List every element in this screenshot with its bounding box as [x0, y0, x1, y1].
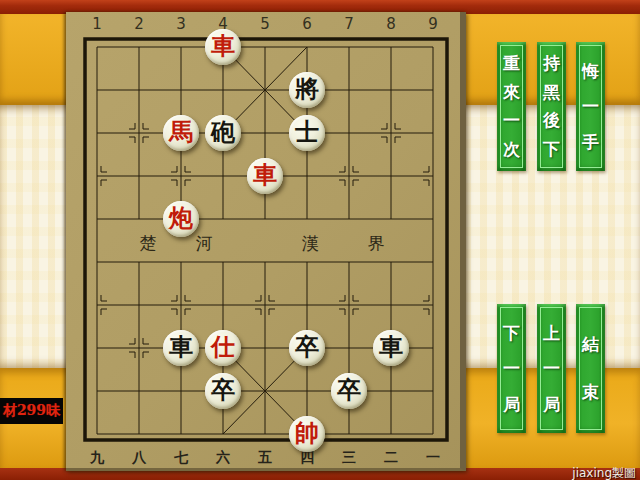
piece-black-advisor[interactable]: 士 — [289, 115, 325, 151]
restart-button-label: 重來一次 — [502, 47, 521, 166]
app-window: 123456789 九八七六五四三二一 楚河漢界 車將馬砲士車炮車仕卒車卒卒帥 … — [0, 0, 640, 480]
restart-button[interactable]: 重來一次 — [497, 42, 526, 171]
xiangqi-board[interactable]: 123456789 九八七六五四三二一 楚河漢界 車將馬砲士車炮車仕卒車卒卒帥 — [66, 12, 466, 471]
piece-black-king[interactable]: 將 — [289, 72, 325, 108]
file-number-bottom: 五 — [256, 449, 274, 467]
end-button-label: 結束 — [581, 309, 600, 428]
piece-red-chariot[interactable]: 車 — [247, 158, 283, 194]
piece-glyph: 車 — [379, 335, 403, 359]
file-number-bottom: 六 — [214, 449, 232, 467]
piece-glyph: 仕 — [211, 335, 235, 359]
file-number-top: 6 — [298, 15, 316, 33]
piece-glyph: 卒 — [211, 378, 235, 402]
previous-game-button[interactable]: 上一局 — [537, 304, 566, 433]
file-number-bottom: 三 — [340, 449, 358, 467]
piece-black-soldier[interactable]: 卒 — [205, 373, 241, 409]
undo-move-button[interactable]: 悔一手 — [576, 42, 605, 171]
piece-glyph: 卒 — [337, 378, 361, 402]
river-label: 河 — [194, 232, 214, 255]
end-button[interactable]: 結束 — [576, 304, 605, 433]
credit-watermark: jiaxing製圖 — [572, 465, 636, 480]
file-number-top: 1 — [88, 15, 106, 33]
piece-red-advisor[interactable]: 仕 — [205, 330, 241, 366]
piece-black-soldier[interactable]: 卒 — [289, 330, 325, 366]
piece-glyph: 車 — [211, 34, 235, 58]
piece-glyph: 士 — [295, 120, 319, 144]
file-number-top: 3 — [172, 15, 190, 33]
piece-red-king[interactable]: 帥 — [289, 416, 325, 452]
piece-black-chariot[interactable]: 車 — [373, 330, 409, 366]
play-black-move-second-button[interactable]: 持黑後下 — [537, 42, 566, 171]
piece-red-horse[interactable]: 馬 — [163, 115, 199, 151]
file-number-bottom: 一 — [424, 449, 442, 467]
piece-red-chariot[interactable]: 車 — [205, 29, 241, 65]
piece-red-cannon[interactable]: 炮 — [163, 201, 199, 237]
river-label: 楚 — [138, 232, 158, 255]
river-label: 界 — [366, 232, 386, 255]
previous-game-button-label: 上一局 — [542, 309, 561, 428]
piece-black-chariot[interactable]: 車 — [163, 330, 199, 366]
piece-glyph: 車 — [253, 163, 277, 187]
piece-glyph: 炮 — [169, 206, 193, 230]
level-badge-text: 材299味 — [3, 402, 60, 420]
piece-glyph: 卒 — [295, 335, 319, 359]
play-black-button-label: 持黑後下 — [542, 47, 561, 166]
piece-glyph: 馬 — [169, 120, 193, 144]
river-label: 漢 — [300, 232, 320, 255]
piece-glyph: 將 — [295, 77, 319, 101]
file-number-top: 7 — [340, 15, 358, 33]
file-number-bottom: 九 — [88, 449, 106, 467]
board-grid — [66, 12, 460, 468]
file-number-bottom: 二 — [382, 449, 400, 467]
next-game-button[interactable]: 下一局 — [497, 304, 526, 433]
file-number-bottom: 七 — [172, 449, 190, 467]
file-number-top: 2 — [130, 15, 148, 33]
piece-glyph: 帥 — [295, 421, 319, 445]
next-game-button-label: 下一局 — [502, 309, 521, 428]
level-badge: 材299味 — [0, 398, 63, 424]
file-number-bottom: 八 — [130, 449, 148, 467]
piece-black-soldier[interactable]: 卒 — [331, 373, 367, 409]
undo-button-label: 悔一手 — [581, 47, 600, 166]
piece-glyph: 車 — [169, 335, 193, 359]
piece-black-cannon[interactable]: 砲 — [205, 115, 241, 151]
file-number-top: 8 — [382, 15, 400, 33]
piece-glyph: 砲 — [211, 120, 235, 144]
file-number-top: 9 — [424, 15, 442, 33]
file-number-top: 5 — [256, 15, 274, 33]
